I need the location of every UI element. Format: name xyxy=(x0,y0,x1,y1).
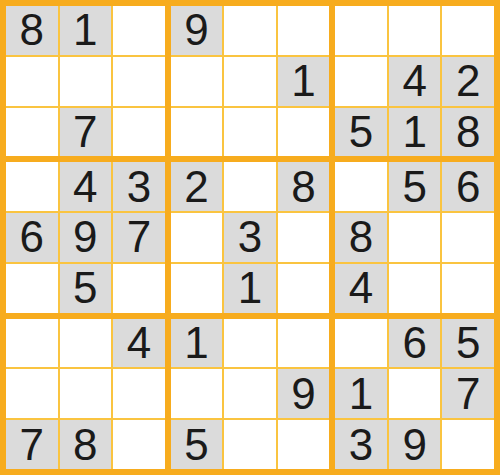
cell-r7c8[interactable]: 6 xyxy=(389,319,441,368)
box-8: 195 xyxy=(171,319,330,469)
cell-r5c7[interactable]: 8 xyxy=(335,213,387,262)
box-5: 2831 xyxy=(171,162,330,312)
cell-r2c2[interactable] xyxy=(60,57,112,106)
box-9: 651739 xyxy=(335,319,494,469)
cell-r8c3[interactable] xyxy=(113,369,165,418)
cell-r2c6[interactable]: 1 xyxy=(278,57,330,106)
cell-r8c1[interactable] xyxy=(6,369,58,418)
cell-r8c8[interactable] xyxy=(389,369,441,418)
sudoku-board: 817914251843697528315684478195651739 xyxy=(0,0,500,475)
cell-r8c2[interactable] xyxy=(60,369,112,418)
cell-r1c4[interactable]: 9 xyxy=(171,6,223,55)
cell-r9c5[interactable] xyxy=(224,420,276,469)
cell-r4c8[interactable]: 5 xyxy=(389,162,441,211)
cell-r5c9[interactable] xyxy=(442,213,494,262)
cell-r3c2[interactable]: 7 xyxy=(60,108,112,157)
cell-r3c7[interactable]: 5 xyxy=(335,108,387,157)
cell-r1c6[interactable] xyxy=(278,6,330,55)
cell-r9c3[interactable] xyxy=(113,420,165,469)
cell-r6c7[interactable]: 4 xyxy=(335,264,387,313)
cell-r8c6[interactable]: 9 xyxy=(278,369,330,418)
cell-r9c9[interactable] xyxy=(442,420,494,469)
cell-r6c6[interactable] xyxy=(278,264,330,313)
cell-r7c6[interactable] xyxy=(278,319,330,368)
cell-r6c8[interactable] xyxy=(389,264,441,313)
cell-r5c1[interactable]: 6 xyxy=(6,213,58,262)
cell-r9c8[interactable]: 9 xyxy=(389,420,441,469)
cell-r5c5[interactable]: 3 xyxy=(224,213,276,262)
box-2: 91 xyxy=(171,6,330,156)
cell-r8c4[interactable] xyxy=(171,369,223,418)
cell-r2c7[interactable] xyxy=(335,57,387,106)
cell-r9c1[interactable]: 7 xyxy=(6,420,58,469)
cell-r4c2[interactable]: 4 xyxy=(60,162,112,211)
cell-r3c8[interactable]: 1 xyxy=(389,108,441,157)
cell-r6c4[interactable] xyxy=(171,264,223,313)
cell-r4c9[interactable]: 6 xyxy=(442,162,494,211)
cell-r9c7[interactable]: 3 xyxy=(335,420,387,469)
cell-r2c8[interactable]: 4 xyxy=(389,57,441,106)
cell-r6c2[interactable]: 5 xyxy=(60,264,112,313)
box-7: 478 xyxy=(6,319,165,469)
cell-r2c4[interactable] xyxy=(171,57,223,106)
cell-r4c7[interactable] xyxy=(335,162,387,211)
cell-r9c6[interactable] xyxy=(278,420,330,469)
cell-r7c5[interactable] xyxy=(224,319,276,368)
cell-r2c5[interactable] xyxy=(224,57,276,106)
cell-r3c1[interactable] xyxy=(6,108,58,157)
box-3: 42518 xyxy=(335,6,494,156)
cell-r8c9[interactable]: 7 xyxy=(442,369,494,418)
cell-r5c6[interactable] xyxy=(278,213,330,262)
cell-r5c4[interactable] xyxy=(171,213,223,262)
box-4: 436975 xyxy=(6,162,165,312)
cell-r5c2[interactable]: 9 xyxy=(60,213,112,262)
cell-r4c4[interactable]: 2 xyxy=(171,162,223,211)
cell-r3c5[interactable] xyxy=(224,108,276,157)
cell-r1c8[interactable] xyxy=(389,6,441,55)
cell-r3c4[interactable] xyxy=(171,108,223,157)
cell-r5c3[interactable]: 7 xyxy=(113,213,165,262)
cell-r3c6[interactable] xyxy=(278,108,330,157)
cell-r1c9[interactable] xyxy=(442,6,494,55)
cell-r7c3[interactable]: 4 xyxy=(113,319,165,368)
cell-r7c2[interactable] xyxy=(60,319,112,368)
cell-r4c5[interactable] xyxy=(224,162,276,211)
cell-r7c4[interactable]: 1 xyxy=(171,319,223,368)
cell-r6c5[interactable]: 1 xyxy=(224,264,276,313)
cell-r1c2[interactable]: 1 xyxy=(60,6,112,55)
cell-r7c7[interactable] xyxy=(335,319,387,368)
cell-r2c1[interactable] xyxy=(6,57,58,106)
cell-r3c3[interactable] xyxy=(113,108,165,157)
cell-r8c7[interactable]: 1 xyxy=(335,369,387,418)
box-1: 817 xyxy=(6,6,165,156)
cell-r6c9[interactable] xyxy=(442,264,494,313)
cell-r7c9[interactable]: 5 xyxy=(442,319,494,368)
cell-r2c3[interactable] xyxy=(113,57,165,106)
cell-r1c5[interactable] xyxy=(224,6,276,55)
cell-r8c5[interactable] xyxy=(224,369,276,418)
cell-r1c7[interactable] xyxy=(335,6,387,55)
cell-r7c1[interactable] xyxy=(6,319,58,368)
cell-r4c6[interactable]: 8 xyxy=(278,162,330,211)
cell-r3c9[interactable]: 8 xyxy=(442,108,494,157)
cell-r6c3[interactable] xyxy=(113,264,165,313)
cell-r2c9[interactable]: 2 xyxy=(442,57,494,106)
cell-r5c8[interactable] xyxy=(389,213,441,262)
cell-r9c4[interactable]: 5 xyxy=(171,420,223,469)
cell-r6c1[interactable] xyxy=(6,264,58,313)
box-6: 5684 xyxy=(335,162,494,312)
cell-r9c2[interactable]: 8 xyxy=(60,420,112,469)
cell-r4c1[interactable] xyxy=(6,162,58,211)
cell-r4c3[interactable]: 3 xyxy=(113,162,165,211)
cell-r1c3[interactable] xyxy=(113,6,165,55)
cell-r1c1[interactable]: 8 xyxy=(6,6,58,55)
